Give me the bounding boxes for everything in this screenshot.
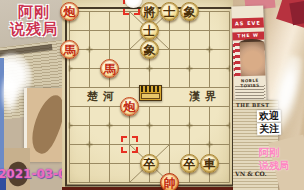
xiangqi-board[interactable]: 楚河 漢界 炮將士象士馬象馬炮卒卒車帥 [62, 0, 233, 190]
dark-red-paper-scrap [289, 1, 304, 25]
piece-red-炮[interactable]: 炮 [120, 97, 139, 116]
board-bottom-edge [62, 187, 233, 190]
piece-red-炮[interactable]: 炮 [60, 2, 79, 21]
piece-black-卒[interactable]: 卒 [180, 154, 199, 173]
magazine-red-banner1: AS EVE [232, 17, 264, 28]
right-collage-panel: AS EVE THE W NOBLE TOVIES THE BEST VN & … [233, 0, 304, 190]
bracket-corner-br [132, 147, 138, 153]
piece-black-象[interactable]: 象 [180, 2, 199, 21]
white-flame-effect-left [0, 70, 20, 116]
piece-black-士[interactable]: 士 [160, 2, 179, 21]
plaque-text-strip [141, 93, 160, 99]
magazine-portrait-face [240, 41, 266, 76]
follow-badge-line1: 欢迎 [257, 110, 281, 122]
bracket-corner-br [134, 9, 140, 15]
piece-black-卒[interactable]: 卒 [140, 154, 159, 173]
newspaper-header: THE BEST [236, 102, 269, 108]
piece-black-車[interactable]: 車 [200, 154, 219, 173]
watermark-line2: 说残局 [259, 159, 289, 172]
plaque-figures-icon [141, 86, 160, 92]
follow-badge-line2: 关注 [257, 123, 281, 135]
piece-red-馬[interactable]: 馬 [60, 40, 79, 59]
piece-red-馬[interactable]: 馬 [100, 59, 119, 78]
bracket-corner-bl [123, 9, 129, 15]
channel-title-line1: 阿刚 [6, 4, 62, 21]
piece-red-帥[interactable]: 帥 [160, 173, 179, 190]
piece-black-象[interactable]: 象 [140, 40, 159, 59]
bracket-corner-tl [121, 136, 127, 142]
magazine-checker-strip [233, 42, 241, 76]
video-frame: 阿刚 说残局 2021-03-08 楚河 漢界 [0, 0, 304, 190]
follow-badge[interactable]: 欢迎 关注 [257, 110, 281, 136]
river-label-left: 楚河 [87, 89, 119, 104]
bracket-corner-tr [132, 136, 138, 142]
channel-watermark: 阿刚 说残局 [259, 146, 289, 172]
left-collage-panel: 阿刚 说残局 2021-03-08 [0, 0, 62, 190]
bracket-corner-bl [121, 147, 127, 153]
channel-title: 阿刚 说残局 [6, 4, 62, 38]
river-label-right: 漢界 [189, 89, 221, 104]
piece-black-士[interactable]: 士 [140, 21, 159, 40]
river-plaque [139, 85, 162, 101]
piece-black-將[interactable]: 將 [140, 2, 159, 21]
last-move-from-marker [121, 136, 138, 153]
vintage-magazine-clipping: AS EVE THE W NOBLE TOVIES [231, 5, 266, 106]
watermark-line1: 阿刚 [259, 146, 289, 159]
channel-title-line2: 说残局 [6, 21, 62, 38]
